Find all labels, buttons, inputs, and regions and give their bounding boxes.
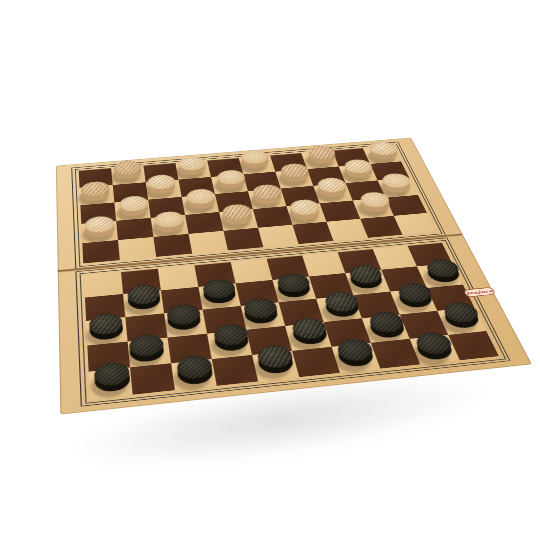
product-photo-stage: Jeujura bbox=[0, 0, 540, 540]
scene-3d: Jeujura bbox=[56, 138, 532, 415]
checker-piece-dark[interactable] bbox=[129, 341, 165, 366]
checker-piece-light[interactable] bbox=[315, 184, 348, 201]
checker-piece-light[interactable] bbox=[82, 188, 111, 205]
checker-piece-dark[interactable] bbox=[412, 339, 454, 364]
checker-piece-dark[interactable] bbox=[440, 309, 481, 332]
pieces-layer-top bbox=[79, 146, 437, 264]
checker-piece-dark[interactable] bbox=[242, 305, 279, 328]
checker-piece-dark[interactable] bbox=[395, 289, 434, 311]
checker-piece-dark[interactable] bbox=[176, 362, 214, 388]
checker-piece-light[interactable] bbox=[154, 218, 186, 236]
checker-piece-light[interactable] bbox=[240, 156, 270, 172]
checker-piece-dark[interactable] bbox=[423, 265, 462, 286]
checker-piece-dark[interactable] bbox=[322, 298, 360, 321]
checker-piece-dark[interactable] bbox=[366, 318, 406, 342]
checker-piece-dark[interactable] bbox=[212, 331, 249, 355]
checker-piece-dark[interactable] bbox=[166, 311, 202, 334]
checker-piece-light[interactable] bbox=[147, 181, 177, 198]
checker-piece-light[interactable] bbox=[216, 176, 247, 192]
checkers-board: Jeujura bbox=[56, 138, 532, 415]
checker-piece-light[interactable] bbox=[367, 148, 399, 163]
checker-piece-light[interactable] bbox=[178, 163, 208, 179]
checker-piece-dark[interactable] bbox=[127, 291, 161, 313]
checker-piece-light[interactable] bbox=[288, 206, 321, 224]
checker-piece-dark[interactable] bbox=[335, 345, 376, 370]
checker-piece-light[interactable] bbox=[357, 198, 391, 216]
checker-piece-light[interactable] bbox=[342, 165, 374, 181]
board-half-top bbox=[56, 138, 463, 272]
checker-piece-light[interactable] bbox=[85, 223, 116, 242]
checker-piece-light[interactable] bbox=[221, 210, 253, 228]
checker-piece-light[interactable] bbox=[379, 180, 413, 197]
checker-piece-dark[interactable] bbox=[94, 369, 131, 396]
checker-piece-light[interactable] bbox=[251, 191, 283, 208]
checker-piece-light[interactable] bbox=[119, 202, 149, 220]
checker-piece-dark[interactable] bbox=[275, 280, 311, 302]
checker-piece-light[interactable] bbox=[185, 195, 216, 212]
checker-piece-light[interactable] bbox=[114, 167, 143, 183]
checker-piece-dark[interactable] bbox=[347, 271, 384, 292]
checker-piece-dark[interactable] bbox=[202, 286, 237, 308]
checker-piece-dark[interactable] bbox=[90, 320, 125, 344]
checker-piece-dark[interactable] bbox=[290, 324, 329, 348]
checker-piece-dark[interactable] bbox=[256, 352, 295, 378]
checker-piece-light[interactable] bbox=[306, 152, 337, 167]
checker-piece-light[interactable] bbox=[279, 170, 311, 186]
